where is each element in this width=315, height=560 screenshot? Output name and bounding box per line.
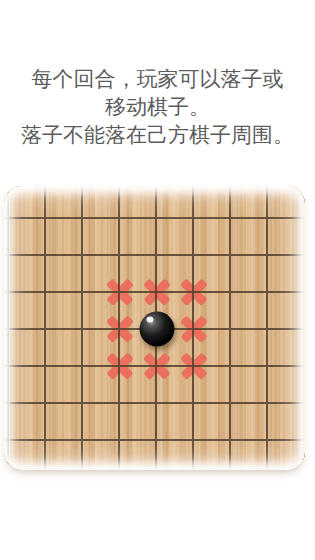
game-board[interactable] <box>4 186 305 470</box>
tutorial-line-2: 移动棋子。 <box>0 93 315 121</box>
tutorial-text: 每个回合，玩家可以落子或 移动棋子。 落子不能落在己方棋子周围。 <box>0 65 315 149</box>
black-stone[interactable] <box>140 312 175 347</box>
stones-layer <box>4 186 305 470</box>
tutorial-line-3: 落子不能落在己方棋子周围。 <box>0 121 315 149</box>
tutorial-line-1: 每个回合，玩家可以落子或 <box>0 65 315 93</box>
tutorial-screen: 每个回合，玩家可以落子或 移动棋子。 落子不能落在己方棋子周围。 <box>0 0 315 560</box>
